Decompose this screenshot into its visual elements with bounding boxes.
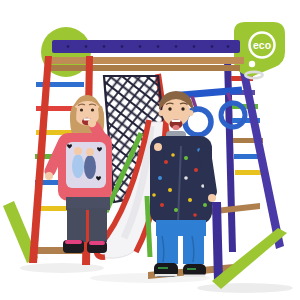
play-gym-scene: eco — [0, 0, 300, 300]
girl-jeans-right — [89, 208, 107, 242]
girl-eye-left — [80, 108, 83, 111]
boy-tongue — [173, 125, 180, 130]
boy-ear-left — [159, 110, 165, 116]
boy-pants-left — [157, 232, 178, 264]
boy-hand-right — [208, 194, 216, 202]
product-photo: eco — [0, 0, 300, 300]
girl-sweater-print — [66, 142, 106, 188]
eco-board-hole — [249, 61, 255, 67]
boy-hand-left — [154, 143, 162, 151]
wood-beam-lower — [50, 65, 240, 71]
girl-shoe-left-accent — [65, 240, 82, 244]
slide-green-post — [147, 196, 150, 257]
girl-hand-left — [45, 172, 53, 180]
boy-eye-right — [181, 107, 184, 110]
girl-shoe-right-accent — [89, 241, 105, 245]
girl-eye-right — [91, 108, 94, 111]
boy-eye-left — [168, 107, 171, 110]
boy-shoe-left-sole — [155, 274, 177, 277]
boy-shoe-right-sole — [184, 275, 205, 278]
eco-badge-label: eco — [253, 39, 271, 51]
boy-arm-right — [205, 152, 211, 192]
girl-jeans-left — [67, 208, 86, 242]
wood-beam-top — [46, 57, 244, 64]
girl-hand-right — [88, 119, 96, 127]
boy-ear-right — [188, 110, 194, 116]
boy-teeth — [172, 120, 181, 122]
